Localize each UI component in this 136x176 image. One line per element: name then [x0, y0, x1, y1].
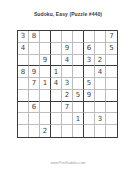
sudoku-cell-r1c6 — [73, 31, 84, 43]
sudoku-cell-r4c7 — [84, 66, 95, 78]
sudoku-cell-r2c5: 9 — [62, 43, 73, 55]
sudoku-cell-r7c6 — [73, 102, 84, 114]
sudoku-cell-r2c1: 4 — [18, 43, 29, 55]
sudoku-cell-r6c2 — [29, 90, 40, 102]
sudoku-cell-r6c1 — [18, 90, 29, 102]
sudoku-cell-r8c4 — [51, 113, 62, 125]
sudoku-cell-r5c1 — [18, 78, 29, 90]
sudoku-cell-r7c3 — [40, 102, 51, 114]
sudoku-cell-r2c9: 5 — [106, 43, 117, 55]
sudoku-cell-r3c2 — [29, 55, 40, 67]
sudoku-cell-r7c2: 6 — [29, 102, 40, 114]
sudoku-cell-r7c8 — [95, 102, 106, 114]
sudoku-cell-r8c8: 3 — [95, 113, 106, 125]
sudoku-cell-r2c8 — [95, 43, 106, 55]
sudoku-cell-r5c3: 1 — [40, 78, 51, 90]
sudoku-cell-r8c6: 1 — [73, 113, 84, 125]
sudoku-cell-r4c8: 4 — [95, 66, 106, 78]
sudoku-cell-r2c6 — [73, 43, 84, 55]
sudoku-cell-r5c9 — [106, 78, 117, 90]
footer-url: www.PrintSudoku.com — [0, 161, 136, 165]
sudoku-cell-r9c9 — [106, 125, 117, 137]
sudoku-cell-r6c4 — [51, 90, 62, 102]
sudoku-cell-r3c3: 9 — [40, 55, 51, 67]
sudoku-cell-r2c2 — [29, 43, 40, 55]
sudoku-print-page: Sudoku, Easy (Puzzle #440) 3874965943289… — [0, 0, 136, 176]
sudoku-cell-r1c5 — [62, 31, 73, 43]
sudoku-cell-r3c1 — [18, 55, 29, 67]
sudoku-cell-r8c9 — [106, 113, 117, 125]
sudoku-cell-r1c9: 7 — [106, 31, 117, 43]
sudoku-cell-r4c2: 9 — [29, 66, 40, 78]
sudoku-cell-r1c7 — [84, 31, 95, 43]
sudoku-cell-r6c6: 5 — [73, 90, 84, 102]
sudoku-cell-r3c7: 3 — [84, 55, 95, 67]
sudoku-cell-r7c9 — [106, 102, 117, 114]
sudoku-cell-r4c4: 1 — [51, 66, 62, 78]
sudoku-cell-r3c6 — [73, 55, 84, 67]
sudoku-cell-r7c7 — [84, 102, 95, 114]
sudoku-cell-r9c7 — [84, 125, 95, 137]
sudoku-cell-r4c6 — [73, 66, 84, 78]
sudoku-cell-r1c4 — [51, 31, 62, 43]
sudoku-cell-r5c8 — [95, 78, 106, 90]
sudoku-cell-r3c5: 4 — [62, 55, 73, 67]
sudoku-cell-r4c3 — [40, 66, 51, 78]
sudoku-cell-r9c4 — [51, 125, 62, 137]
sudoku-cell-r4c9 — [106, 66, 117, 78]
sudoku-cell-r2c4 — [51, 43, 62, 55]
sudoku-cell-r1c8 — [95, 31, 106, 43]
sudoku-cell-r9c3: 2 — [40, 125, 51, 137]
sudoku-cell-r5c6 — [73, 78, 84, 90]
sudoku-cell-r6c9 — [106, 90, 117, 102]
sudoku-cell-r7c1 — [18, 102, 29, 114]
sudoku-cell-r8c1 — [18, 113, 29, 125]
sudoku-cell-r9c1 — [18, 125, 29, 137]
sudoku-cell-r3c4 — [51, 55, 62, 67]
sudoku-cell-r2c7: 6 — [84, 43, 95, 55]
sudoku-board: 3874965943289147143525967132 — [17, 30, 118, 138]
sudoku-cell-r3c8: 2 — [95, 55, 106, 67]
sudoku-cell-r4c1: 8 — [18, 66, 29, 78]
sudoku-cell-r5c7: 5 — [84, 78, 95, 90]
sudoku-cell-r9c8 — [95, 125, 106, 137]
sudoku-cell-r1c1: 3 — [18, 31, 29, 43]
sudoku-cell-r4c5 — [62, 66, 73, 78]
sudoku-cell-r6c3 — [40, 90, 51, 102]
sudoku-cell-r1c3 — [40, 31, 51, 43]
sudoku-cell-r3c9 — [106, 55, 117, 67]
sudoku-cell-r6c8 — [95, 90, 106, 102]
sudoku-cell-r5c4: 4 — [51, 78, 62, 90]
sudoku-cell-r1c2: 8 — [29, 31, 40, 43]
sudoku-cell-r8c3 — [40, 113, 51, 125]
sudoku-cell-r9c2 — [29, 125, 40, 137]
sudoku-cell-r9c5 — [62, 125, 73, 137]
sudoku-cell-r8c2 — [29, 113, 40, 125]
sudoku-cell-r6c7: 9 — [84, 90, 95, 102]
sudoku-cell-r7c5: 7 — [62, 102, 73, 114]
sudoku-cell-r5c5: 3 — [62, 78, 73, 90]
sudoku-cell-r6c5: 2 — [62, 90, 73, 102]
sudoku-cell-r7c4 — [51, 102, 62, 114]
sudoku-cell-r2c3 — [40, 43, 51, 55]
sudoku-cell-r9c6 — [73, 125, 84, 137]
sudoku-cell-r8c5 — [62, 113, 73, 125]
sudoku-cell-r8c7 — [84, 113, 95, 125]
sudoku-cell-r5c2: 7 — [29, 78, 40, 90]
page-title: Sudoku, Easy (Puzzle #440) — [0, 11, 136, 17]
